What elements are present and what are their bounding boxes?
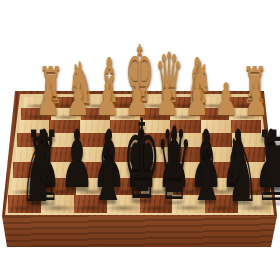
chess-board: ♜♞♝♚♛♝♞♜♟♟♟♟♟♟♟♟♟♟♟♟♟♟♟♟♜♞♝♚♛♝♞♜: [0, 0, 280, 280]
photo-background: ♜♞♝♚♛♝♞♜♟♟♟♟♟♟♟♟♟♟♟♟♟♟♟♟♜♞♝♚♛♝♞♜: [0, 0, 280, 280]
